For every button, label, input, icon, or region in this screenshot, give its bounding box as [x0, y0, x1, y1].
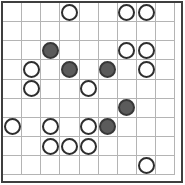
masyu-puzzle-screenshot: [0, 0, 185, 185]
board-outer-frame: [1, 1, 183, 183]
